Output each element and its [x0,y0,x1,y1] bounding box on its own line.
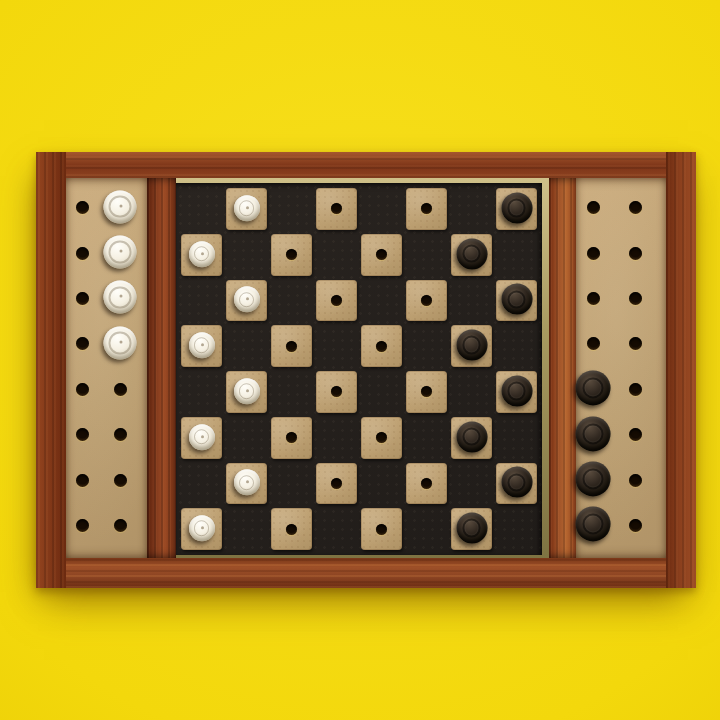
white-peg[interactable] [234,470,260,496]
black-peg[interactable] [576,371,611,406]
black-peg[interactable] [576,507,611,542]
board-square-r7c5[interactable] [359,461,404,507]
white-peg[interactable] [189,515,215,541]
white-peg[interactable] [234,195,260,221]
black-peg[interactable] [501,467,532,498]
tray-peg-hole [76,474,89,487]
white-peg[interactable] [104,236,137,269]
tray-peg-hole [76,247,89,260]
photo-scene [0,0,720,720]
white-tray-grid [63,185,139,548]
white-tray-slot-r4c1[interactable] [63,321,101,366]
board-square-r2c7[interactable] [449,232,494,278]
board-square-r6c1[interactable] [179,415,224,461]
board-square-r8c8[interactable] [494,506,539,552]
black-tray-slot-r5c2[interactable] [614,367,656,412]
peg-hole [286,524,297,535]
peg-hole [286,249,297,260]
board-square-r3c8[interactable] [494,278,539,324]
black-tray-slot-r7c1[interactable] [572,457,614,502]
board-recess-brass-rim [176,178,549,558]
case-interior [66,178,666,558]
wooden-board-case [36,152,696,588]
white-storage-tray [66,178,147,558]
board-square-r6c8[interactable] [494,415,539,461]
white-tray-slot-r1c1[interactable] [63,185,101,230]
frame-rail-top [36,152,696,178]
light-square-tile [316,280,357,322]
board-square-r1c8[interactable] [494,186,539,232]
board-square-r8c2[interactable] [224,506,269,552]
tray-peg-hole [587,201,600,214]
board-square-r7c4[interactable] [314,461,359,507]
white-tray-slot-r3c1[interactable] [63,276,101,321]
board-square-r3c1[interactable] [179,278,224,324]
black-tray-slot-r3c2[interactable] [614,276,656,321]
board-square-r2c5[interactable] [359,232,404,278]
black-tray-slot-r4c1[interactable] [572,321,614,366]
board-square-r7c8[interactable] [494,461,539,507]
board-square-r4c2[interactable] [224,323,269,369]
white-tray-slot-r8c1[interactable] [63,503,101,548]
white-peg[interactable] [189,241,215,267]
peg-hole [331,478,342,489]
board-square-r2c2[interactable] [224,232,269,278]
black-tray-slot-r3c1[interactable] [572,276,614,321]
tray-peg-hole [76,519,89,532]
white-tray-slot-r6c2[interactable] [101,412,139,457]
peg-hole [376,524,387,535]
board-square-r1c4[interactable] [314,186,359,232]
white-tray-slot-r2c1[interactable] [63,230,101,275]
board-square-r5c8[interactable] [494,369,539,415]
black-peg[interactable] [456,513,487,544]
board-square-r3c6[interactable] [404,278,449,324]
board-square-r4c7[interactable] [449,323,494,369]
peg-hole [421,203,432,214]
peg-hole [421,478,432,489]
board-square-r3c7[interactable] [449,278,494,324]
tray-peg-hole [76,292,89,305]
board-square-r5c1[interactable] [179,369,224,415]
black-peg[interactable] [576,416,611,451]
black-tray-slot-r5c1[interactable] [572,367,614,412]
black-tray-slot-r6c2[interactable] [614,412,656,457]
black-storage-tray [576,178,666,558]
white-peg[interactable] [104,190,137,223]
tray-peg-hole [629,474,642,487]
white-tray-slot-r7c2[interactable] [101,457,139,502]
light-square-tile [406,371,447,413]
board-square-r5c7[interactable] [449,369,494,415]
tray-peg-hole [76,337,89,350]
board-square-r4c8[interactable] [494,323,539,369]
board-square-r7c7[interactable] [449,461,494,507]
board-square-r6c4[interactable] [314,415,359,461]
board-square-r1c3[interactable] [269,186,314,232]
board-square-r4c6[interactable] [404,323,449,369]
tray-peg-hole [629,519,642,532]
white-tray-slot-r5c2[interactable] [101,367,139,412]
board-square-r3c3[interactable] [269,278,314,324]
white-peg[interactable] [104,326,137,359]
frame-rail-right [666,152,696,588]
tray-peg-hole [629,428,642,441]
peg-hole [331,203,342,214]
board-square-r3c4[interactable] [314,278,359,324]
light-square-tile [406,188,447,230]
light-square-tile [361,508,402,550]
light-square-tile [316,371,357,413]
board-square-r2c8[interactable] [494,232,539,278]
black-peg[interactable] [456,238,487,269]
tray-peg-hole [587,247,600,260]
board-square-r6c3[interactable] [269,415,314,461]
board-square-r6c6[interactable] [404,415,449,461]
black-tray-slot-r1c2[interactable] [614,185,656,230]
peg-hole [376,249,387,260]
white-tray-slot-r8c2[interactable] [101,503,139,548]
board-square-r6c2[interactable] [224,415,269,461]
peg-hole [331,295,342,306]
black-peg[interactable] [501,284,532,315]
white-tray-slot-r7c1[interactable] [63,457,101,502]
board-square-r5c6[interactable] [404,369,449,415]
board-square-r7c1[interactable] [179,461,224,507]
light-square-tile [271,325,312,367]
tray-peg-hole [114,383,127,396]
light-square-tile [361,417,402,459]
tray-peg-hole [76,383,89,396]
board-square-r1c7[interactable] [449,186,494,232]
peg-hole [376,341,387,352]
board-square-r2c1[interactable] [179,232,224,278]
board-square-r1c1[interactable] [179,186,224,232]
board-square-r8c7[interactable] [449,506,494,552]
light-square-tile [361,325,402,367]
white-tray-slot-r1c2[interactable] [101,185,139,230]
board-square-r2c3[interactable] [269,232,314,278]
board-square-r5c2[interactable] [224,369,269,415]
white-peg[interactable] [189,424,215,450]
board-square-r6c7[interactable] [449,415,494,461]
board-square-r3c2[interactable] [224,278,269,324]
frame-rail-bottom [36,558,696,588]
tray-peg-hole [114,519,127,532]
white-tray-slot-r5c1[interactable] [63,367,101,412]
board-square-r8c5[interactable] [359,506,404,552]
board-square-r2c6[interactable] [404,232,449,278]
peg-hole [286,341,297,352]
board-square-r7c2[interactable] [224,461,269,507]
tray-peg-hole [587,337,600,350]
tray-peg-hole [629,337,642,350]
white-peg[interactable] [104,281,137,314]
board-square-r4c3[interactable] [269,323,314,369]
black-tray-grid [572,185,656,548]
board-square-r6c5[interactable] [359,415,404,461]
left-divider-rail [147,178,176,558]
black-peg[interactable] [501,375,532,406]
light-square-tile [271,234,312,276]
tray-peg-hole [629,247,642,260]
board-square-r8c6[interactable] [404,506,449,552]
tray-peg-hole [114,428,127,441]
black-tray-slot-r8c1[interactable] [572,503,614,548]
black-tray-slot-r6c1[interactable] [572,412,614,457]
board-square-r5c5[interactable] [359,369,404,415]
black-tray-slot-r2c2[interactable] [614,230,656,275]
light-square-tile [271,508,312,550]
black-peg[interactable] [501,192,532,223]
black-peg[interactable] [456,421,487,452]
white-tray-slot-r2c2[interactable] [101,230,139,275]
black-tray-slot-r8c2[interactable] [614,503,656,548]
peg-hole [376,432,387,443]
light-square-tile [271,417,312,459]
light-square-tile [316,463,357,505]
black-tray-slot-r7c2[interactable] [614,457,656,502]
checkers-board [176,183,542,555]
tray-peg-hole [587,292,600,305]
white-tray-slot-r6c1[interactable] [63,412,101,457]
light-square-tile [406,280,447,322]
tray-peg-hole [76,201,89,214]
white-peg[interactable] [234,378,260,404]
peg-hole [286,432,297,443]
board-square-r7c3[interactable] [269,461,314,507]
tray-peg-hole [114,474,127,487]
black-peg[interactable] [456,330,487,361]
tray-peg-hole [629,383,642,396]
black-peg[interactable] [576,461,611,496]
black-tray-slot-r2c1[interactable] [572,230,614,275]
white-peg[interactable] [189,332,215,358]
white-tray-slot-r3c2[interactable] [101,276,139,321]
board-square-r1c5[interactable] [359,186,404,232]
tray-peg-hole [629,201,642,214]
board-square-r4c1[interactable] [179,323,224,369]
light-square-tile [406,463,447,505]
board-square-r8c1[interactable] [179,506,224,552]
board-square-r5c4[interactable] [314,369,359,415]
board-square-r3c5[interactable] [359,278,404,324]
tray-peg-hole [629,292,642,305]
board-square-r8c3[interactable] [269,506,314,552]
peg-hole [421,295,432,306]
light-square-tile [361,234,402,276]
black-tray-slot-r1c1[interactable] [572,185,614,230]
white-tray-slot-r4c2[interactable] [101,321,139,366]
board-square-r7c6[interactable] [404,461,449,507]
board-square-r4c5[interactable] [359,323,404,369]
tray-peg-hole [76,428,89,441]
frame-rail-left [36,152,66,588]
white-peg[interactable] [234,287,260,313]
black-tray-slot-r4c2[interactable] [614,321,656,366]
peg-hole [331,386,342,397]
board-square-r8c4[interactable] [314,506,359,552]
peg-hole [421,386,432,397]
board-square-r1c2[interactable] [224,186,269,232]
board-square-r1c6[interactable] [404,186,449,232]
board-square-r2c4[interactable] [314,232,359,278]
board-square-r4c4[interactable] [314,323,359,369]
board-square-r5c3[interactable] [269,369,314,415]
light-square-tile [316,188,357,230]
